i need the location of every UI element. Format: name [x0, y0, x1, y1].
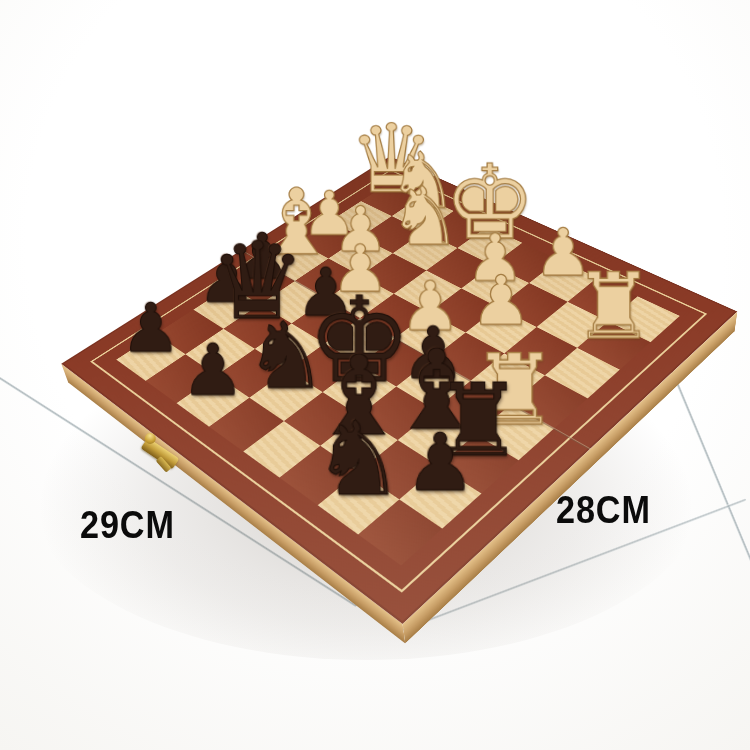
- dimension-label-width: 29CM: [80, 504, 175, 547]
- dimension-label-depth: 28CM: [556, 489, 651, 532]
- square-d1: [209, 398, 284, 452]
- square-h1: [358, 499, 442, 565]
- piece-wR-h7: ♜: [541, 261, 686, 352]
- product-photo-stage: ♛♞♚♟♞♟♜♟♟♟♝♟♟♜♟♟♟♟♛♚♝♜♞♝♟♟♟♞ 29CM 28CM: [0, 0, 750, 750]
